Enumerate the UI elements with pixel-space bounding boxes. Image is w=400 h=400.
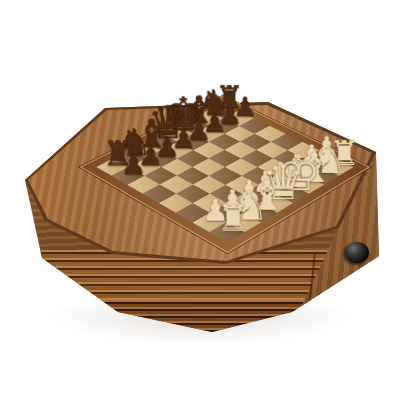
chess-board: ♜♞♝♛♚♝♞♜♟♟♟♟♟♟♟♟♟♟♟♟♟♟♟♟♜♞♝♛♚♝♞♜ xyxy=(78,95,372,255)
piece-black-pawn[interactable]: ♟ xyxy=(106,151,161,179)
piece-white-rook[interactable]: ♜ xyxy=(204,199,262,236)
board-perspective: ♜♞♝♛♚♝♞♜♟♟♟♟♟♟♟♟♟♟♟♟♟♟♟♟♜♞♝♛♚♝♞♜ xyxy=(0,0,400,400)
product-scene: ♜♞♝♛♚♝♞♜♟♟♟♟♟♟♟♟♟♟♟♟♟♟♟♟♜♞♝♛♚♝♞♜ xyxy=(0,0,400,400)
square-a1[interactable]: ♜ xyxy=(210,222,245,242)
